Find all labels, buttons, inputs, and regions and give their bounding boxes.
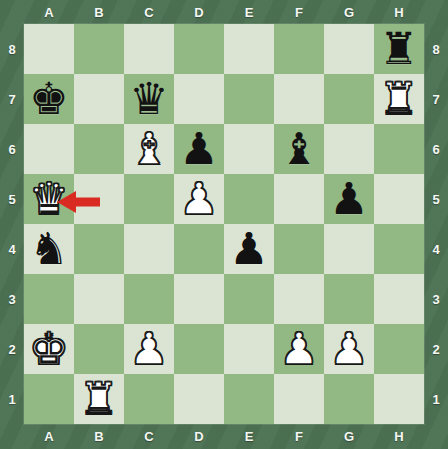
rank-label-7: 7	[8, 92, 15, 107]
rank-label-4: 4	[8, 242, 15, 257]
black-pawn-g5[interactable]: ♟	[329, 174, 368, 224]
square-h2[interactable]	[374, 324, 424, 374]
square-c8[interactable]	[124, 24, 174, 74]
rank-label-8: 8	[8, 42, 15, 57]
square-e5[interactable]	[224, 174, 274, 224]
file-labels-bottom: ABCDEFGH	[0, 424, 448, 449]
file-label-f: F	[295, 429, 303, 444]
square-d7[interactable]	[174, 74, 224, 124]
square-c3[interactable]	[124, 274, 174, 324]
square-e4[interactable]: ♟	[224, 224, 274, 274]
rank-label-4: 4	[432, 242, 439, 257]
square-d5[interactable]: ♟	[174, 174, 224, 224]
black-bishop-f6[interactable]: ♝	[279, 124, 318, 174]
square-g2[interactable]: ♟	[324, 324, 374, 374]
square-g8[interactable]	[324, 24, 374, 74]
black-queen-c7[interactable]: ♛	[129, 74, 168, 124]
file-label-g: G	[344, 429, 354, 444]
square-a8[interactable]	[24, 24, 74, 74]
square-b6[interactable]	[74, 124, 124, 174]
square-b4[interactable]	[74, 224, 124, 274]
square-d2[interactable]	[174, 324, 224, 374]
square-f7[interactable]	[274, 74, 324, 124]
black-king-a7[interactable]: ♚	[29, 74, 68, 124]
square-e7[interactable]	[224, 74, 274, 124]
square-a5[interactable]: ♛	[24, 174, 74, 224]
file-label-a: A	[44, 429, 53, 444]
square-f3[interactable]	[274, 274, 324, 324]
square-f4[interactable]	[274, 224, 324, 274]
black-knight-a4[interactable]: ♞	[29, 224, 68, 274]
square-a4[interactable]: ♞	[24, 224, 74, 274]
rank-label-6: 6	[432, 142, 439, 157]
square-g7[interactable]	[324, 74, 374, 124]
file-label-b: B	[94, 5, 103, 20]
rank-label-2: 2	[432, 342, 439, 357]
white-pawn-d5[interactable]: ♟	[179, 174, 218, 224]
white-king-a2[interactable]: ♚	[29, 324, 68, 374]
rank-label-1: 1	[432, 392, 439, 407]
square-h1[interactable]	[374, 374, 424, 424]
square-c2[interactable]: ♟	[124, 324, 174, 374]
square-d1[interactable]	[174, 374, 224, 424]
board-area: ♜♚♛♜♝♟♝♛♟♟♞♟♚♟♟♟♜	[24, 24, 424, 424]
square-b2[interactable]	[74, 324, 124, 374]
square-e6[interactable]	[224, 124, 274, 174]
file-label-h: H	[394, 429, 403, 444]
square-a3[interactable]	[24, 274, 74, 324]
square-a1[interactable]	[24, 374, 74, 424]
chess-board-frame: ABCDEFGH 87654321 ♜♚♛♜♝♟♝♛♟♟♞♟♚♟♟♟♜ 8765…	[0, 0, 448, 449]
square-h8[interactable]: ♜	[374, 24, 424, 74]
white-bishop-c6[interactable]: ♝	[129, 124, 168, 174]
rank-label-8: 8	[432, 42, 439, 57]
file-label-e: E	[245, 5, 254, 20]
rank-label-3: 3	[432, 292, 439, 307]
square-c6[interactable]: ♝	[124, 124, 174, 174]
square-e2[interactable]	[224, 324, 274, 374]
file-label-g: G	[344, 5, 354, 20]
square-e1[interactable]	[224, 374, 274, 424]
file-labels-top: ABCDEFGH	[0, 0, 448, 24]
file-label-a: A	[44, 5, 53, 20]
rank-label-7: 7	[432, 92, 439, 107]
square-h3[interactable]	[374, 274, 424, 324]
square-f8[interactable]	[274, 24, 324, 74]
square-b8[interactable]	[74, 24, 124, 74]
black-pawn-d6[interactable]: ♟	[179, 124, 218, 174]
square-h6[interactable]	[374, 124, 424, 174]
black-pawn-e4[interactable]: ♟	[229, 224, 268, 274]
white-pawn-f2[interactable]: ♟	[279, 324, 318, 374]
square-b5[interactable]	[74, 174, 124, 224]
square-e3[interactable]	[224, 274, 274, 324]
square-h4[interactable]	[374, 224, 424, 274]
square-f1[interactable]	[274, 374, 324, 424]
file-label-e: E	[245, 429, 254, 444]
white-rook-h7[interactable]: ♜	[379, 74, 418, 124]
white-queen-a5[interactable]: ♛	[29, 174, 68, 224]
square-d3[interactable]	[174, 274, 224, 324]
square-c5[interactable]	[124, 174, 174, 224]
square-f2[interactable]: ♟	[274, 324, 324, 374]
file-label-c: C	[144, 429, 153, 444]
square-a2[interactable]: ♚	[24, 324, 74, 374]
square-h5[interactable]	[374, 174, 424, 224]
white-pawn-g2[interactable]: ♟	[329, 324, 368, 374]
square-g6[interactable]	[324, 124, 374, 174]
square-c4[interactable]	[124, 224, 174, 274]
file-label-f: F	[295, 5, 303, 20]
white-rook-b1[interactable]: ♜	[79, 374, 118, 424]
white-pawn-c2[interactable]: ♟	[129, 324, 168, 374]
square-h7[interactable]: ♜	[374, 74, 424, 124]
square-d4[interactable]	[174, 224, 224, 274]
chess-board[interactable]: ♜♚♛♜♝♟♝♛♟♟♞♟♚♟♟♟♜	[24, 24, 424, 424]
square-b7[interactable]	[74, 74, 124, 124]
square-g4[interactable]	[324, 224, 374, 274]
file-label-h: H	[394, 5, 403, 20]
square-c1[interactable]	[124, 374, 174, 424]
square-g5[interactable]: ♟	[324, 174, 374, 224]
black-rook-h8[interactable]: ♜	[379, 24, 418, 74]
square-a7[interactable]: ♚	[24, 74, 74, 124]
square-d6[interactable]: ♟	[174, 124, 224, 174]
square-a6[interactable]	[24, 124, 74, 174]
rank-labels-right: 87654321	[424, 24, 448, 424]
rank-label-6: 6	[8, 142, 15, 157]
square-b3[interactable]	[74, 274, 124, 324]
square-f6[interactable]: ♝	[274, 124, 324, 174]
rank-label-2: 2	[8, 342, 15, 357]
file-label-b: B	[94, 429, 103, 444]
rank-labels-left: 87654321	[0, 24, 24, 424]
file-label-d: D	[194, 5, 203, 20]
file-label-c: C	[144, 5, 153, 20]
square-d8[interactable]	[174, 24, 224, 74]
square-g3[interactable]	[324, 274, 374, 324]
square-b1[interactable]: ♜	[74, 374, 124, 424]
rank-label-3: 3	[8, 292, 15, 307]
rank-label-5: 5	[8, 192, 15, 207]
rank-label-5: 5	[432, 192, 439, 207]
file-label-d: D	[194, 429, 203, 444]
square-g1[interactable]	[324, 374, 374, 424]
rank-label-1: 1	[8, 392, 15, 407]
square-e8[interactable]	[224, 24, 274, 74]
square-c7[interactable]: ♛	[124, 74, 174, 124]
square-f5[interactable]	[274, 174, 324, 224]
